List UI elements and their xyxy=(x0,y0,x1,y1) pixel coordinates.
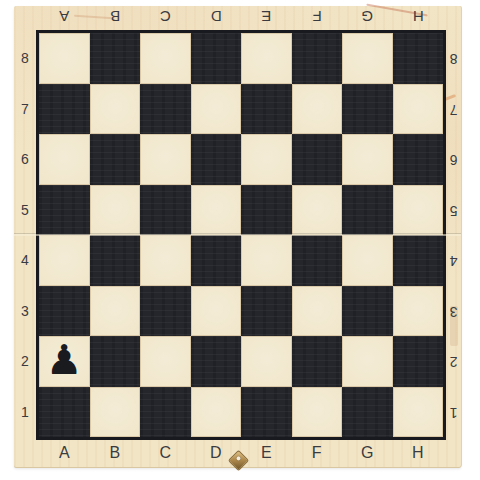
square-c5[interactable] xyxy=(140,185,191,236)
photo-background: ABCDEFGH 87654321 87654321 ABCDEFGH ♟ xyxy=(0,0,480,480)
square-a5[interactable] xyxy=(39,185,90,236)
black-pawn[interactable]: ♟ xyxy=(46,340,83,381)
square-c3[interactable] xyxy=(140,286,191,337)
file-label-top-f: F xyxy=(292,6,343,28)
square-c8[interactable] xyxy=(140,33,191,84)
square-a4[interactable] xyxy=(39,235,90,286)
square-d5[interactable] xyxy=(191,185,242,236)
rank-label-right-4: 4 xyxy=(446,235,461,286)
file-label-bottom-g: G xyxy=(342,439,393,466)
rank-label-right-5: 5 xyxy=(446,185,461,236)
rank-label-left-3: 3 xyxy=(14,286,36,337)
square-g2[interactable] xyxy=(342,336,393,387)
square-b4[interactable] xyxy=(90,235,141,286)
square-d1[interactable] xyxy=(191,387,242,438)
square-b7[interactable] xyxy=(90,84,141,135)
square-d6[interactable] xyxy=(191,134,242,185)
square-e6[interactable] xyxy=(241,134,292,185)
rank-label-left-2: 2 xyxy=(14,336,36,387)
square-g4[interactable] xyxy=(342,235,393,286)
square-g3[interactable] xyxy=(342,286,393,337)
square-f3[interactable] xyxy=(292,286,343,337)
file-label-bottom-c: C xyxy=(140,439,191,466)
square-h4[interactable] xyxy=(393,235,444,286)
file-label-top-a: A xyxy=(39,6,90,28)
file-label-bottom-a: A xyxy=(39,439,90,466)
square-c6[interactable] xyxy=(140,134,191,185)
square-e7[interactable] xyxy=(241,84,292,135)
rank-label-right-1: 1 xyxy=(446,387,461,438)
square-c2[interactable] xyxy=(140,336,191,387)
square-b2[interactable] xyxy=(90,336,141,387)
square-d3[interactable] xyxy=(191,286,242,337)
square-e1[interactable] xyxy=(241,387,292,438)
file-label-bottom-e: E xyxy=(241,439,292,466)
file-label-top-c: C xyxy=(140,6,191,28)
square-f6[interactable] xyxy=(292,134,343,185)
square-e5[interactable] xyxy=(241,185,292,236)
file-label-bottom-h: H xyxy=(393,439,444,466)
rank-label-left-6: 6 xyxy=(14,134,36,185)
rank-label-left-7: 7 xyxy=(14,84,36,135)
rank-labels-left: 87654321 xyxy=(14,33,36,437)
square-h3[interactable] xyxy=(393,286,444,337)
square-b1[interactable] xyxy=(90,387,141,438)
square-f8[interactable] xyxy=(292,33,343,84)
square-c7[interactable] xyxy=(140,84,191,135)
square-g7[interactable] xyxy=(342,84,393,135)
square-c1[interactable] xyxy=(140,387,191,438)
square-a6[interactable] xyxy=(39,134,90,185)
square-h2[interactable] xyxy=(393,336,444,387)
file-label-top-b: B xyxy=(90,6,141,28)
rank-label-right-3: 3 xyxy=(446,286,461,337)
rank-label-left-1: 1 xyxy=(14,387,36,438)
square-e2[interactable] xyxy=(241,336,292,387)
file-labels-top: ABCDEFGH xyxy=(39,6,443,28)
square-a2[interactable]: ♟ xyxy=(39,336,90,387)
file-label-bottom-f: F xyxy=(292,439,343,466)
rank-label-right-2: 2 xyxy=(446,336,461,387)
square-f5[interactable] xyxy=(292,185,343,236)
square-e4[interactable] xyxy=(241,235,292,286)
square-h5[interactable] xyxy=(393,185,444,236)
square-d8[interactable] xyxy=(191,33,242,84)
square-b6[interactable] xyxy=(90,134,141,185)
file-label-top-e: E xyxy=(241,6,292,28)
square-a8[interactable] xyxy=(39,33,90,84)
square-d2[interactable] xyxy=(191,336,242,387)
rank-label-right-7: 7 xyxy=(446,84,461,135)
rank-label-right-8: 8 xyxy=(446,33,461,84)
square-b3[interactable] xyxy=(90,286,141,337)
square-h8[interactable] xyxy=(393,33,444,84)
square-h7[interactable] xyxy=(393,84,444,135)
rank-label-left-5: 5 xyxy=(14,185,36,236)
square-e3[interactable] xyxy=(241,286,292,337)
file-label-bottom-b: B xyxy=(90,439,141,466)
file-label-top-d: D xyxy=(191,6,242,28)
file-label-top-h: H xyxy=(393,6,444,28)
square-g8[interactable] xyxy=(342,33,393,84)
file-label-top-g: G xyxy=(342,6,393,28)
playing-field: ♟ xyxy=(36,30,446,440)
square-h6[interactable] xyxy=(393,134,444,185)
square-f2[interactable] xyxy=(292,336,343,387)
square-d4[interactable] xyxy=(191,235,242,286)
square-g1[interactable] xyxy=(342,387,393,438)
square-f4[interactable] xyxy=(292,235,343,286)
square-f1[interactable] xyxy=(292,387,343,438)
square-g6[interactable] xyxy=(342,134,393,185)
square-h1[interactable] xyxy=(393,387,444,438)
square-f7[interactable] xyxy=(292,84,343,135)
rank-label-right-6: 6 xyxy=(446,134,461,185)
rank-labels-right: 87654321 xyxy=(446,33,461,437)
square-a7[interactable] xyxy=(39,84,90,135)
square-e8[interactable] xyxy=(241,33,292,84)
rank-label-left-4: 4 xyxy=(14,235,36,286)
clasp-pin-icon xyxy=(236,456,242,462)
square-d7[interactable] xyxy=(191,84,242,135)
square-b5[interactable] xyxy=(90,185,141,236)
square-a3[interactable] xyxy=(39,286,90,337)
square-b8[interactable] xyxy=(90,33,141,84)
rank-label-left-8: 8 xyxy=(14,33,36,84)
square-g5[interactable] xyxy=(342,185,393,236)
square-a1[interactable] xyxy=(39,387,90,438)
chess-board: ABCDEFGH 87654321 87654321 ABCDEFGH ♟ xyxy=(14,6,461,467)
square-c4[interactable] xyxy=(140,235,191,286)
